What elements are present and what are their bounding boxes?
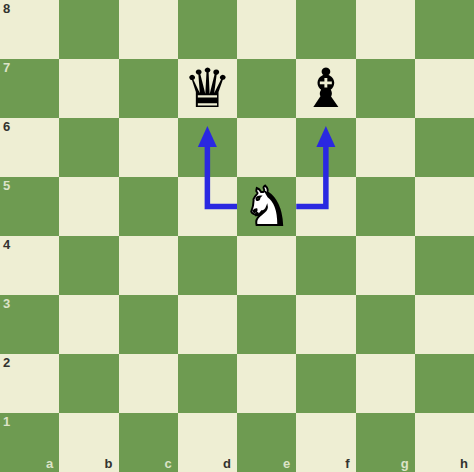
rank-label-1: 1 bbox=[3, 415, 10, 428]
square-a5[interactable]: 5 bbox=[0, 177, 59, 236]
square-c4[interactable] bbox=[119, 236, 178, 295]
file-label-b: b bbox=[105, 457, 113, 470]
square-g3[interactable] bbox=[356, 295, 415, 354]
square-a2[interactable]: 2 bbox=[0, 354, 59, 413]
rank-label-8: 8 bbox=[3, 2, 10, 15]
square-f5[interactable] bbox=[296, 177, 355, 236]
square-b6[interactable] bbox=[59, 118, 118, 177]
square-f1[interactable]: f bbox=[296, 413, 355, 472]
square-c1[interactable]: c bbox=[119, 413, 178, 472]
file-label-d: d bbox=[223, 457, 231, 470]
square-h8[interactable] bbox=[415, 0, 474, 59]
file-label-h: h bbox=[460, 457, 468, 470]
square-e4[interactable] bbox=[237, 236, 296, 295]
square-c5[interactable] bbox=[119, 177, 178, 236]
square-a4[interactable]: 4 bbox=[0, 236, 59, 295]
square-a1[interactable]: 1a bbox=[0, 413, 59, 472]
square-b7[interactable] bbox=[59, 59, 118, 118]
square-a8[interactable]: 8 bbox=[0, 0, 59, 59]
square-f4[interactable] bbox=[296, 236, 355, 295]
square-h7[interactable] bbox=[415, 59, 474, 118]
square-a3[interactable]: 3 bbox=[0, 295, 59, 354]
square-b1[interactable]: b bbox=[59, 413, 118, 472]
square-a6[interactable]: 6 bbox=[0, 118, 59, 177]
file-label-f: f bbox=[345, 457, 349, 470]
chess-board: 87♛♝65♞4321abcdefgh bbox=[0, 0, 474, 472]
square-f3[interactable] bbox=[296, 295, 355, 354]
square-h6[interactable] bbox=[415, 118, 474, 177]
file-label-e: e bbox=[283, 457, 290, 470]
chess-fork-diagram: 87♛♝65♞4321abcdefgh bbox=[0, 0, 474, 472]
rank-label-2: 2 bbox=[3, 356, 10, 369]
square-d6[interactable] bbox=[178, 118, 237, 177]
square-c2[interactable] bbox=[119, 354, 178, 413]
square-b5[interactable] bbox=[59, 177, 118, 236]
rank-label-4: 4 bbox=[3, 238, 10, 251]
square-e5[interactable]: ♞ bbox=[237, 177, 296, 236]
square-c3[interactable] bbox=[119, 295, 178, 354]
square-f8[interactable] bbox=[296, 0, 355, 59]
square-h4[interactable] bbox=[415, 236, 474, 295]
square-g4[interactable] bbox=[356, 236, 415, 295]
piece-black-queen-d7[interactable]: ♛ bbox=[183, 62, 231, 116]
square-b3[interactable] bbox=[59, 295, 118, 354]
file-label-c: c bbox=[165, 457, 172, 470]
square-d2[interactable] bbox=[178, 354, 237, 413]
rank-label-6: 6 bbox=[3, 120, 10, 133]
square-b4[interactable] bbox=[59, 236, 118, 295]
square-d8[interactable] bbox=[178, 0, 237, 59]
square-e1[interactable]: e bbox=[237, 413, 296, 472]
square-f7[interactable]: ♝ bbox=[296, 59, 355, 118]
square-b8[interactable] bbox=[59, 0, 118, 59]
square-g5[interactable] bbox=[356, 177, 415, 236]
square-h5[interactable] bbox=[415, 177, 474, 236]
file-label-a: a bbox=[46, 457, 53, 470]
square-f6[interactable] bbox=[296, 118, 355, 177]
square-d5[interactable] bbox=[178, 177, 237, 236]
square-d4[interactable] bbox=[178, 236, 237, 295]
square-c8[interactable] bbox=[119, 0, 178, 59]
square-h2[interactable] bbox=[415, 354, 474, 413]
square-g1[interactable]: g bbox=[356, 413, 415, 472]
square-h3[interactable] bbox=[415, 295, 474, 354]
square-g2[interactable] bbox=[356, 354, 415, 413]
square-a7[interactable]: 7 bbox=[0, 59, 59, 118]
rank-label-3: 3 bbox=[3, 297, 10, 310]
square-g7[interactable] bbox=[356, 59, 415, 118]
square-d7[interactable]: ♛ bbox=[178, 59, 237, 118]
square-c6[interactable] bbox=[119, 118, 178, 177]
square-e8[interactable] bbox=[237, 0, 296, 59]
piece-white-knight-e5[interactable]: ♞ bbox=[242, 180, 290, 234]
square-c7[interactable] bbox=[119, 59, 178, 118]
square-f2[interactable] bbox=[296, 354, 355, 413]
square-g6[interactable] bbox=[356, 118, 415, 177]
square-e2[interactable] bbox=[237, 354, 296, 413]
square-b2[interactable] bbox=[59, 354, 118, 413]
square-e6[interactable] bbox=[237, 118, 296, 177]
square-g8[interactable] bbox=[356, 0, 415, 59]
square-d1[interactable]: d bbox=[178, 413, 237, 472]
square-e3[interactable] bbox=[237, 295, 296, 354]
square-h1[interactable]: h bbox=[415, 413, 474, 472]
rank-label-5: 5 bbox=[3, 179, 10, 192]
rank-label-7: 7 bbox=[3, 61, 10, 74]
square-d3[interactable] bbox=[178, 295, 237, 354]
file-label-g: g bbox=[401, 457, 409, 470]
piece-black-bishop-f7[interactable]: ♝ bbox=[302, 62, 350, 116]
square-e7[interactable] bbox=[237, 59, 296, 118]
